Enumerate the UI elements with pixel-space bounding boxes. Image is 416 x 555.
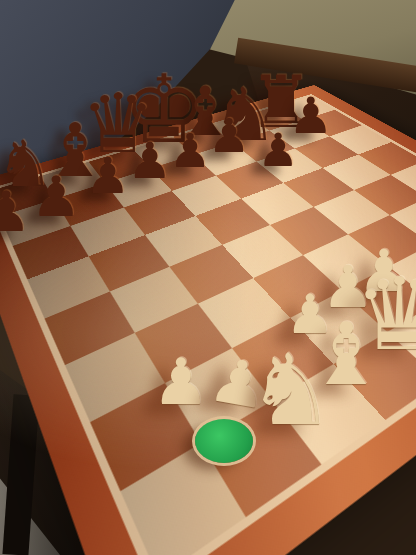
white-pawn-a2[interactable]: ♟: [152, 350, 209, 414]
black-pawn-g7[interactable]: ♟: [257, 127, 298, 173]
black-pawn-a7[interactable]: ♟: [0, 184, 31, 240]
white-knight-b1[interactable]: ♞: [247, 341, 335, 439]
chess-set-photo: ♕Chessleb.com ♞♟♟♝♟♛♟♚♟♝♟♞♟♜♟♟♟♟♟♟♞♝♛: [0, 0, 416, 555]
black-pawn-d7[interactable]: ♟: [128, 136, 173, 186]
black-pawn-b7[interactable]: ♟: [31, 169, 81, 225]
fallen-pawn-felt-base: [195, 419, 253, 463]
black-pawn-f7[interactable]: ♟: [208, 112, 250, 159]
black-pawn-e7[interactable]: ♟: [169, 127, 211, 174]
black-pawn-c7[interactable]: ♟: [86, 151, 131, 201]
